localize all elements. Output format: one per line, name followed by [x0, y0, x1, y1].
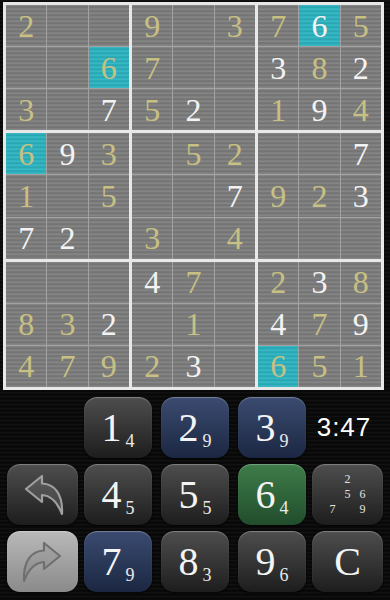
- cell-r5c9[interactable]: 3: [341, 175, 381, 216]
- box-3: 765382194: [258, 5, 381, 130]
- redo-arrow-icon: [19, 539, 67, 585]
- cell-r7c5[interactable]: 7: [173, 262, 213, 303]
- cell-r2c3[interactable]: 6: [89, 47, 129, 88]
- cell-r2c8[interactable]: 8: [299, 47, 339, 88]
- cell-r8c9[interactable]: 9: [341, 304, 381, 345]
- cell-r9c4[interactable]: 2: [132, 346, 172, 387]
- number-label: 9: [256, 542, 276, 582]
- number-button-1[interactable]: 14: [84, 397, 152, 458]
- given-digit: 1: [18, 180, 34, 212]
- cell-r7c4[interactable]: 4: [132, 262, 172, 303]
- cell-r8c7[interactable]: 4: [258, 304, 298, 345]
- cell-r8c8[interactable]: 7: [299, 304, 339, 345]
- box-8: 47123: [132, 262, 255, 387]
- number-count: 5: [126, 499, 135, 517]
- cell-r9c2[interactable]: 7: [47, 346, 87, 387]
- number-count: 4: [280, 499, 289, 517]
- number-label: 3: [256, 408, 276, 448]
- cell-r6c1[interactable]: 7: [6, 218, 46, 259]
- given-digit: 2: [144, 350, 160, 382]
- given-digit: 5: [144, 94, 160, 126]
- given-digit: 6: [101, 52, 117, 84]
- cell-r6c3[interactable]: [89, 218, 129, 259]
- number-button-8[interactable]: 83: [161, 531, 229, 592]
- pencil-mark-digit: [325, 487, 340, 502]
- timer: 3:47: [302, 397, 386, 458]
- user-digit: 4: [144, 266, 160, 298]
- cell-r2c6[interactable]: [215, 47, 255, 88]
- cell-r1c9[interactable]: 5: [341, 5, 381, 46]
- cell-r2c2[interactable]: [47, 47, 87, 88]
- cell-r7c8[interactable]: 3: [299, 262, 339, 303]
- cell-r7c1[interactable]: [6, 262, 46, 303]
- given-digit: 5: [353, 10, 369, 42]
- number-count: 4: [126, 432, 135, 450]
- undo-button[interactable]: [7, 464, 78, 525]
- user-digit: 7: [353, 138, 369, 170]
- cell-r7c3[interactable]: [89, 262, 129, 303]
- cell-r4c2[interactable]: 9: [47, 133, 87, 174]
- user-digit: 9: [59, 138, 75, 170]
- cell-r7c7[interactable]: 2: [258, 262, 298, 303]
- undo-arrow-icon: [19, 472, 67, 518]
- user-digit: 2: [185, 94, 201, 126]
- cell-r3c8[interactable]: 9: [299, 89, 339, 130]
- cell-r2c4[interactable]: 7: [132, 47, 172, 88]
- pencil-mark-digit: 9: [355, 502, 370, 517]
- cell-r4c5[interactable]: 5: [173, 133, 213, 174]
- cell-r9c8[interactable]: 5: [299, 346, 339, 387]
- box-2: 93752: [132, 5, 255, 130]
- given-digit: 3: [227, 10, 243, 42]
- cell-r3c9[interactable]: 4: [341, 89, 381, 130]
- given-digit: 3: [101, 138, 117, 170]
- sudoku-board[interactable]: 2637937527653821946931572527347923832479…: [3, 2, 384, 390]
- given-digit: 2: [18, 10, 34, 42]
- given-digit: 8: [353, 266, 369, 298]
- cell-r1c2[interactable]: [47, 5, 87, 46]
- cell-r6c4[interactable]: 3: [132, 218, 172, 259]
- cell-r5c1[interactable]: 1: [6, 175, 46, 216]
- cell-r2c1[interactable]: [6, 47, 46, 88]
- cell-r6c9[interactable]: [341, 218, 381, 259]
- cell-r5c2[interactable]: [47, 175, 87, 216]
- cell-r8c1[interactable]: 8: [6, 304, 46, 345]
- pencil-mark-digit: [355, 472, 370, 487]
- sudoku-app: { "game": "Sudoku", "position": "2009037…: [0, 0, 390, 600]
- given-digit: 6: [270, 350, 286, 382]
- given-digit: 7: [185, 266, 201, 298]
- pencil-mark-digit: 7: [325, 502, 340, 517]
- given-digit: 9: [101, 350, 117, 382]
- box-7: 832479: [6, 262, 129, 387]
- cell-r4c4[interactable]: [132, 133, 172, 174]
- given-digit: 4: [227, 222, 243, 254]
- given-digit: 2: [270, 266, 286, 298]
- cell-r3c7[interactable]: 1: [258, 89, 298, 130]
- cell-r5c6[interactable]: 7: [215, 175, 255, 216]
- cell-r4c1[interactable]: 6: [6, 133, 46, 174]
- given-digit: 9: [144, 10, 160, 42]
- box-4: 6931572: [6, 133, 129, 258]
- number-button-5[interactable]: 55: [161, 464, 229, 525]
- box-6: 7923: [258, 133, 381, 258]
- number-button-3[interactable]: 39: [238, 397, 306, 458]
- given-digit: 5: [311, 350, 327, 382]
- cell-r9c9[interactable]: 1: [341, 346, 381, 387]
- given-digit: 1: [185, 308, 201, 340]
- box-5: 52734: [132, 133, 255, 258]
- number-button-4[interactable]: 45: [84, 464, 152, 525]
- given-digit: 2: [227, 138, 243, 170]
- cell-r3c6[interactable]: [215, 89, 255, 130]
- user-digit: 9: [311, 94, 327, 126]
- cell-r5c4[interactable]: [132, 175, 172, 216]
- user-digit: 9: [353, 308, 369, 340]
- cell-r5c5[interactable]: [173, 175, 213, 216]
- number-label: 4: [102, 475, 122, 515]
- given-digit: 8: [18, 308, 34, 340]
- user-digit: 7: [18, 222, 34, 254]
- cell-r8c5[interactable]: 1: [173, 304, 213, 345]
- cell-r5c3[interactable]: 5: [89, 175, 129, 216]
- cell-r6c6[interactable]: 4: [215, 218, 255, 259]
- redo-button[interactable]: [7, 531, 78, 592]
- number-count: 9: [203, 432, 212, 450]
- pencil-mark-digit: [325, 472, 340, 487]
- cell-r5c8[interactable]: 2: [299, 175, 339, 216]
- user-digit: 3: [270, 52, 286, 84]
- user-digit: 7: [227, 180, 243, 212]
- given-digit: 7: [59, 350, 75, 382]
- number-label: 5: [179, 475, 199, 515]
- cell-r3c5[interactable]: 2: [173, 89, 213, 130]
- given-digit: 7: [270, 10, 286, 42]
- cell-r4c7[interactable]: [258, 133, 298, 174]
- given-digit: 9: [270, 180, 286, 212]
- cell-r9c1[interactable]: 4: [6, 346, 46, 387]
- cell-r1c5[interactable]: [173, 5, 213, 46]
- cell-r1c7[interactable]: 7: [258, 5, 298, 46]
- cell-r4c3[interactable]: 3: [89, 133, 129, 174]
- cell-r9c3[interactable]: 9: [89, 346, 129, 387]
- number-label: 1: [102, 408, 122, 448]
- given-digit: 4: [353, 94, 369, 126]
- cell-r3c4[interactable]: 5: [132, 89, 172, 130]
- box-1: 2637: [6, 5, 129, 130]
- cell-r9c7[interactable]: 6: [258, 346, 298, 387]
- number-button-7[interactable]: 79: [84, 531, 152, 592]
- cell-r9c5[interactable]: 3: [173, 346, 213, 387]
- given-digit: 7: [144, 52, 160, 84]
- given-digit: 7: [311, 308, 327, 340]
- number-count: 9: [280, 432, 289, 450]
- cell-r1c1[interactable]: 2: [6, 5, 46, 46]
- given-digit: 3: [59, 308, 75, 340]
- cell-r2c9[interactable]: 2: [341, 47, 381, 88]
- pencil-mark-digit: [340, 502, 355, 517]
- cell-r1c8[interactable]: 6: [299, 5, 339, 46]
- cell-r5c7[interactable]: 9: [258, 175, 298, 216]
- cell-r7c9[interactable]: 8: [341, 262, 381, 303]
- user-digit: 7: [101, 94, 117, 126]
- cell-r6c7[interactable]: [258, 218, 298, 259]
- given-digit: 5: [101, 180, 117, 212]
- number-count: 5: [203, 499, 212, 517]
- number-label: 6: [256, 475, 276, 515]
- pencil-marks-button[interactable]: 25679: [312, 464, 383, 525]
- cell-r8c4[interactable]: [132, 304, 172, 345]
- cell-r9c6[interactable]: [215, 346, 255, 387]
- clear-button[interactable]: C: [312, 531, 383, 592]
- cell-r6c5[interactable]: [173, 218, 213, 259]
- cell-r1c6[interactable]: 3: [215, 5, 255, 46]
- user-digit: 2: [353, 52, 369, 84]
- number-count: 9: [126, 566, 135, 584]
- cell-r7c6[interactable]: [215, 262, 255, 303]
- user-digit: 2: [59, 222, 75, 254]
- cell-r1c4[interactable]: 9: [132, 5, 172, 46]
- pencil-mark-digit: 6: [355, 487, 370, 502]
- cell-r3c3[interactable]: 7: [89, 89, 129, 130]
- given-digit: 3: [18, 94, 34, 126]
- given-digit: 3: [144, 222, 160, 254]
- user-digit: 4: [270, 308, 286, 340]
- given-digit: 8: [311, 52, 327, 84]
- number-button-2[interactable]: 29: [161, 397, 229, 458]
- box-9: 238479651: [258, 262, 381, 387]
- cell-r3c1[interactable]: 3: [6, 89, 46, 130]
- user-digit: 6: [311, 10, 327, 42]
- cell-r4c8[interactable]: [299, 133, 339, 174]
- given-digit: 1: [270, 94, 286, 126]
- cell-r2c7[interactable]: 3: [258, 47, 298, 88]
- cell-r2c5[interactable]: [173, 47, 213, 88]
- number-label: 7: [102, 542, 122, 582]
- given-digit: 2: [311, 180, 327, 212]
- cell-r7c2[interactable]: [47, 262, 87, 303]
- pencil-mark-digit: 2: [340, 472, 355, 487]
- pencil-marks-icon: 25679: [325, 472, 370, 517]
- number-count: 6: [280, 566, 289, 584]
- cell-r3c2[interactable]: [47, 89, 87, 130]
- number-label: 8: [179, 542, 199, 582]
- user-digit: 3: [311, 266, 327, 298]
- user-digit: 3: [353, 180, 369, 212]
- given-digit: 1: [353, 350, 369, 382]
- number-button-6[interactable]: 64: [238, 464, 306, 525]
- cell-r4c6[interactable]: 2: [215, 133, 255, 174]
- cell-r8c3[interactable]: 2: [89, 304, 129, 345]
- user-digit: 2: [101, 308, 117, 340]
- cell-r6c2[interactable]: 2: [47, 218, 87, 259]
- cell-r4c9[interactable]: 7: [341, 133, 381, 174]
- given-digit: 5: [185, 138, 201, 170]
- pencil-mark-digit: 5: [340, 487, 355, 502]
- clear-button-label: C: [334, 542, 361, 582]
- user-digit: 3: [185, 350, 201, 382]
- number-button-9[interactable]: 96: [238, 531, 306, 592]
- cell-r8c2[interactable]: 3: [47, 304, 87, 345]
- given-digit: 4: [18, 350, 34, 382]
- number-label: 2: [179, 408, 199, 448]
- cell-r8c6[interactable]: [215, 304, 255, 345]
- number-count: 3: [203, 566, 212, 584]
- cell-r6c8[interactable]: [299, 218, 339, 259]
- given-digit: 6: [18, 138, 34, 170]
- cell-r1c3[interactable]: [89, 5, 129, 46]
